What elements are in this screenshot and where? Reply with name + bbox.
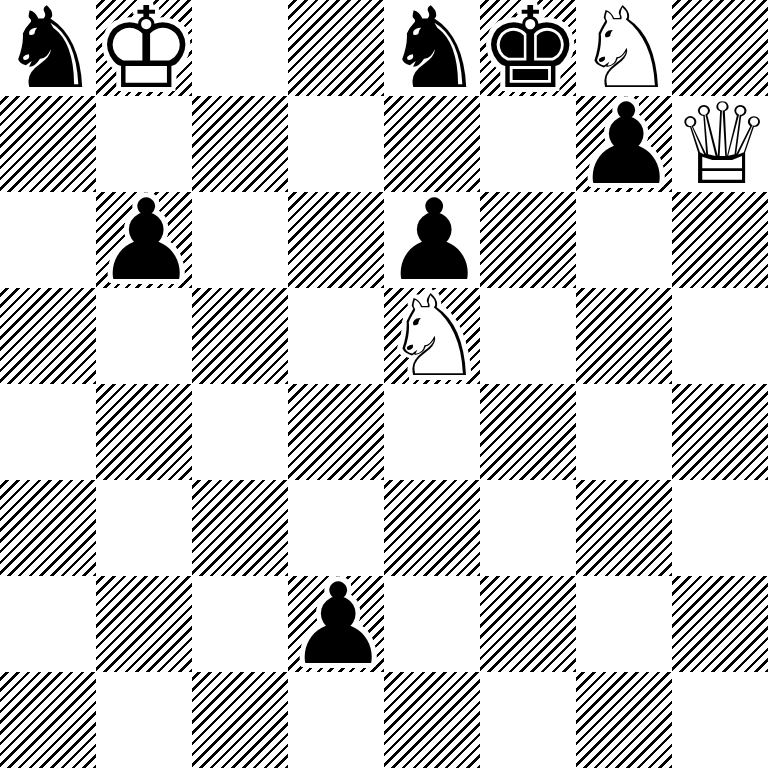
square-f4[interactable] <box>480 384 576 480</box>
square-g1[interactable] <box>576 672 672 768</box>
square-e2[interactable] <box>384 576 480 672</box>
black-pawn-icon: ♟ <box>96 192 192 288</box>
square-g2[interactable] <box>576 576 672 672</box>
black-knight-piece[interactable]: ♞ <box>0 0 96 96</box>
white-king-icon: ♔ <box>96 0 192 96</box>
square-f2[interactable] <box>480 576 576 672</box>
square-c7[interactable] <box>192 96 288 192</box>
black-pawn-icon: ♟ <box>576 96 672 192</box>
square-h5[interactable] <box>672 288 768 384</box>
white-knight-piece[interactable]: ♞♘ <box>384 288 480 384</box>
square-d7[interactable] <box>288 96 384 192</box>
square-f8[interactable]: ♚ <box>480 0 576 96</box>
square-f6[interactable] <box>480 192 576 288</box>
square-b6[interactable]: ♟ <box>96 192 192 288</box>
square-h1[interactable] <box>672 672 768 768</box>
square-g3[interactable] <box>576 480 672 576</box>
square-a3[interactable] <box>0 480 96 576</box>
chess-diagram: ♞♚♔♞♚♞♘♟♛♕♟♟♞♘♟ <box>0 0 768 768</box>
square-f1[interactable] <box>480 672 576 768</box>
black-king-piece[interactable]: ♚ <box>480 0 576 96</box>
square-a6[interactable] <box>0 192 96 288</box>
black-knight-icon: ♞ <box>384 0 480 96</box>
square-h7[interactable]: ♛♕ <box>672 96 768 192</box>
black-pawn-piece[interactable]: ♟ <box>288 576 384 672</box>
square-c8[interactable] <box>192 0 288 96</box>
square-h2[interactable] <box>672 576 768 672</box>
square-f3[interactable] <box>480 480 576 576</box>
square-h4[interactable] <box>672 384 768 480</box>
square-a4[interactable] <box>0 384 96 480</box>
square-d6[interactable] <box>288 192 384 288</box>
square-d4[interactable] <box>288 384 384 480</box>
black-pawn-icon: ♟ <box>288 576 384 672</box>
black-king-icon: ♚ <box>480 0 576 96</box>
square-g5[interactable] <box>576 288 672 384</box>
square-f5[interactable] <box>480 288 576 384</box>
black-pawn-piece[interactable]: ♟ <box>576 96 672 192</box>
black-knight-icon: ♞ <box>0 0 96 96</box>
square-d5[interactable] <box>288 288 384 384</box>
square-a2[interactable] <box>0 576 96 672</box>
square-c4[interactable] <box>192 384 288 480</box>
square-c3[interactable] <box>192 480 288 576</box>
square-b8[interactable]: ♚♔ <box>96 0 192 96</box>
square-d8[interactable] <box>288 0 384 96</box>
white-knight-icon: ♘ <box>384 288 480 384</box>
square-b4[interactable] <box>96 384 192 480</box>
chess-board: ♞♚♔♞♚♞♘♟♛♕♟♟♞♘♟ <box>0 0 768 768</box>
square-e3[interactable] <box>384 480 480 576</box>
square-c6[interactable] <box>192 192 288 288</box>
square-h3[interactable] <box>672 480 768 576</box>
square-a8[interactable]: ♞ <box>0 0 96 96</box>
white-queen-piece[interactable]: ♛♕ <box>672 96 768 192</box>
white-king-piece[interactable]: ♚♔ <box>96 0 192 96</box>
square-e8[interactable]: ♞ <box>384 0 480 96</box>
square-c1[interactable] <box>192 672 288 768</box>
square-g7[interactable]: ♟ <box>576 96 672 192</box>
black-knight-piece[interactable]: ♞ <box>384 0 480 96</box>
square-a1[interactable] <box>0 672 96 768</box>
square-b3[interactable] <box>96 480 192 576</box>
square-e5[interactable]: ♞♘ <box>384 288 480 384</box>
square-c5[interactable] <box>192 288 288 384</box>
white-queen-icon: ♕ <box>672 96 768 192</box>
square-e1[interactable] <box>384 672 480 768</box>
square-d2[interactable]: ♟ <box>288 576 384 672</box>
square-a5[interactable] <box>0 288 96 384</box>
black-pawn-piece[interactable]: ♟ <box>96 192 192 288</box>
square-b1[interactable] <box>96 672 192 768</box>
square-c2[interactable] <box>192 576 288 672</box>
square-g4[interactable] <box>576 384 672 480</box>
square-b2[interactable] <box>96 576 192 672</box>
